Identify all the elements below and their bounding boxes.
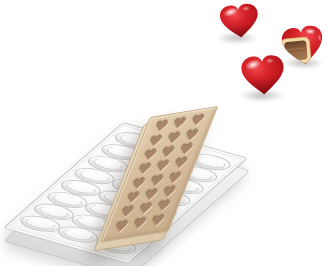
heart-chocolate-whole-bottom [238,52,289,97]
heart-chocolate-whole-top [216,1,263,41]
product-photo: ♥♥♥♥♥♥♥♥♥♥♥♥♥♥♥♥♥♥♥♥♥♥♥♥ [0,0,327,266]
heart-cavity-icon: ♥ [148,213,167,229]
heart-cavity-icon: ♥ [112,219,131,235]
heart-cavity-icon: ♥ [130,216,149,232]
silicone-mold: ♥♥♥♥♥♥♥♥♥♥♥♥♥♥♥♥♥♥♥♥♥♥♥♥ [100,106,218,243]
mold-assembly: ♥♥♥♥♥♥♥♥♥♥♥♥♥♥♥♥♥♥♥♥♥♥♥♥ [0,0,327,266]
